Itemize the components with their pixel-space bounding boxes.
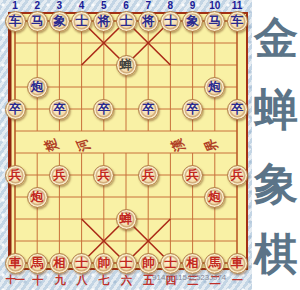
- piece-black-horse[interactable]: 马: [204, 11, 225, 32]
- piece-red-general[interactable]: 帥: [138, 253, 159, 274]
- watermark-text: 9142211542523JJ74: [152, 273, 226, 282]
- piece-black-horse[interactable]: 马: [27, 11, 48, 32]
- title-char: 蝉: [254, 88, 298, 132]
- column-label-top: 7: [145, 0, 151, 11]
- piece-black-general[interactable]: 将: [93, 11, 114, 32]
- column-label-top: 10: [209, 0, 220, 11]
- piece-black-chariot[interactable]: 车: [227, 11, 248, 32]
- piece-red-horse[interactable]: 馬: [204, 253, 225, 274]
- piece-black-advisor[interactable]: 士: [160, 11, 181, 32]
- piece-black-soldier[interactable]: 卒: [49, 99, 70, 120]
- page: 1234567891011 楚河漢界 车马象士将士将士象马车蝉炮炮卒卒卒卒卒卒兵…: [0, 0, 300, 290]
- piece-red-elephant[interactable]: 相: [182, 253, 203, 274]
- piece-black-soldier[interactable]: 卒: [93, 99, 114, 120]
- piece-black-elephant[interactable]: 象: [182, 11, 203, 32]
- piece-black-cannon[interactable]: 炮: [27, 77, 48, 98]
- piece-black-soldier[interactable]: 卒: [182, 99, 203, 120]
- piece-black-elephant[interactable]: 象: [49, 11, 70, 32]
- piece-black-cicada[interactable]: 蝉: [116, 55, 137, 76]
- column-label-top: 1: [12, 0, 18, 11]
- column-label-top: 11: [232, 0, 243, 11]
- title-char: 棋: [254, 232, 298, 276]
- piece-black-advisor[interactable]: 士: [116, 11, 137, 32]
- column-label-top: 6: [123, 0, 129, 11]
- piece-red-cicada[interactable]: 蝉: [116, 209, 137, 230]
- column-label-top: 8: [168, 0, 174, 11]
- piece-red-horse[interactable]: 馬: [27, 253, 48, 274]
- piece-black-soldier[interactable]: 卒: [227, 99, 248, 120]
- piece-red-chariot[interactable]: 車: [227, 253, 248, 274]
- column-label-top: 3: [57, 0, 63, 11]
- title-char: 象: [254, 162, 298, 206]
- column-label-bottom: 十一: [6, 273, 24, 287]
- column-label-top: 4: [79, 0, 85, 11]
- column-label-top: 5: [101, 0, 107, 11]
- piece-red-elephant[interactable]: 相: [49, 253, 70, 274]
- piece-black-chariot[interactable]: 车: [5, 11, 26, 32]
- piece-red-soldier[interactable]: 兵: [93, 165, 114, 186]
- piece-red-soldier[interactable]: 兵: [182, 165, 203, 186]
- column-label-bottom: 六: [121, 273, 131, 288]
- title-panel: 金蝉象棋: [252, 0, 300, 290]
- piece-black-soldier[interactable]: 卒: [5, 99, 26, 120]
- piece-black-cannon[interactable]: 炮: [204, 77, 225, 98]
- piece-black-soldier[interactable]: 卒: [138, 99, 159, 120]
- piece-black-general[interactable]: 将: [138, 11, 159, 32]
- piece-red-general[interactable]: 帥: [93, 253, 114, 274]
- piece-red-chariot[interactable]: 車: [5, 253, 26, 274]
- column-label-bottom: 八: [77, 273, 87, 288]
- piece-red-soldier[interactable]: 兵: [227, 165, 248, 186]
- column-label-bottom: 九: [54, 273, 64, 288]
- column-label-top: 2: [34, 0, 40, 11]
- column-label-bottom: 十: [32, 273, 42, 288]
- column-label-bottom: 一: [232, 273, 242, 288]
- piece-red-soldier[interactable]: 兵: [49, 165, 70, 186]
- piece-red-cannon[interactable]: 炮: [27, 187, 48, 208]
- piece-red-soldier[interactable]: 兵: [5, 165, 26, 186]
- piece-red-advisor[interactable]: 士: [160, 253, 181, 274]
- column-label-top: 9: [190, 0, 196, 11]
- title-char: 金: [254, 16, 298, 60]
- piece-red-advisor[interactable]: 士: [116, 253, 137, 274]
- piece-red-advisor[interactable]: 士: [71, 253, 92, 274]
- column-label-bottom: 七: [99, 273, 109, 288]
- xiangqi-board[interactable]: 楚河漢界 车马象士将士将士象马车蝉炮炮卒卒卒卒卒卒兵兵兵兵兵兵炮炮蝉車馬相士帥士…: [8, 12, 248, 270]
- piece-red-soldier[interactable]: 兵: [138, 165, 159, 186]
- piece-red-cannon[interactable]: 炮: [204, 187, 225, 208]
- piece-black-advisor[interactable]: 士: [71, 11, 92, 32]
